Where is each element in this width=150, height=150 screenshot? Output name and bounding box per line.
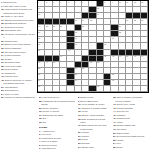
cell-number: 12 bbox=[134, 1, 136, 3]
cell-number: 55 bbox=[82, 67, 84, 69]
clue: 19. Base number at a six-suite dealer's … bbox=[78, 124, 111, 131]
grid-cell[interactable] bbox=[45, 86, 52, 92]
cell-number: 53 bbox=[38, 67, 40, 69]
black-cell bbox=[89, 86, 96, 92]
cell-number: 36 bbox=[38, 43, 40, 45]
cell-number: 45 bbox=[126, 55, 128, 57]
cell-number: 8 bbox=[104, 1, 105, 3]
cell-number: 22 bbox=[134, 19, 136, 21]
cell-number: 35 bbox=[112, 37, 114, 39]
grid-cell[interactable]: 63 bbox=[97, 86, 104, 92]
cell-number: 9 bbox=[112, 1, 113, 3]
clues-column-middle: 57. Lots of the Telex?58. Prestigious li… bbox=[39, 96, 76, 150]
cell-number: 32 bbox=[119, 31, 121, 33]
cell-number: 41 bbox=[60, 55, 62, 57]
clue: 58. Prestigious list of ground-breaking … bbox=[39, 100, 75, 107]
cell-number: 63 bbox=[97, 85, 99, 87]
clue: 48. 'Best of Interferon' or 'Mallory Pla… bbox=[1, 78, 36, 85]
cell-number: 11 bbox=[126, 1, 128, 3]
cell-number: 48 bbox=[38, 61, 40, 63]
cell-number: 49 bbox=[46, 61, 48, 63]
cell-number: 20 bbox=[90, 19, 92, 21]
cell-number: 47 bbox=[141, 55, 143, 57]
clue: 55. Dregs bbox=[113, 145, 149, 148]
cell-number: 34 bbox=[75, 37, 77, 39]
grid-cell[interactable] bbox=[53, 86, 60, 92]
cell-number: 6 bbox=[75, 1, 76, 3]
cell-number: 51 bbox=[90, 61, 92, 63]
cell-number: 46 bbox=[134, 55, 136, 57]
cell-number: 61 bbox=[112, 79, 114, 81]
cell-number: 38 bbox=[104, 43, 106, 45]
clue: 25. Needier 'n' borrow bbox=[78, 149, 111, 150]
grid-cell[interactable]: 62 bbox=[38, 86, 45, 92]
cell-number: 43 bbox=[112, 55, 114, 57]
cell-number: 57 bbox=[75, 73, 77, 75]
cell-number: 50 bbox=[53, 61, 55, 63]
cell-number: 58 bbox=[112, 73, 114, 75]
cell-number: 56 bbox=[38, 73, 40, 75]
cell-number: 17 bbox=[97, 13, 99, 15]
cell-number: 40 bbox=[68, 49, 70, 51]
cell-number: 29 bbox=[119, 25, 121, 27]
cell-number: 42 bbox=[104, 55, 106, 57]
clue: 56. Prepare to land an engagement bbox=[1, 96, 36, 99]
cell-number: 14 bbox=[38, 7, 40, 9]
cell-number: 62 bbox=[38, 85, 40, 87]
cell-number: 19 bbox=[82, 19, 84, 21]
cell-number: 7 bbox=[82, 1, 83, 3]
grid-cell[interactable] bbox=[67, 86, 74, 92]
cell-number: 25 bbox=[46, 25, 48, 27]
cell-number: 37 bbox=[75, 43, 77, 45]
grid-cell[interactable] bbox=[104, 86, 111, 92]
cell-number: 15 bbox=[97, 7, 99, 9]
grid-cell[interactable] bbox=[133, 86, 140, 92]
crossword-grid: 1234567891011121314151617181920212223242… bbox=[37, 0, 149, 93]
cell-number: 10 bbox=[119, 1, 121, 3]
cell-number: 31 bbox=[75, 31, 77, 33]
cell-number: 21 bbox=[126, 19, 128, 21]
clue: 63. Cut bbox=[39, 121, 75, 124]
cell-number: 60 bbox=[75, 79, 77, 81]
grid-cell[interactable] bbox=[60, 86, 67, 92]
clue: 35. Take a Porsche out without paying, p… bbox=[113, 96, 149, 103]
grid-cell[interactable] bbox=[141, 86, 148, 92]
cell-number: 44 bbox=[119, 55, 121, 57]
cell-number: 2 bbox=[46, 1, 47, 3]
clue: 29. It's usually outed before you get it bbox=[1, 33, 36, 40]
cell-number: 18 bbox=[75, 19, 77, 21]
grid-cell[interactable] bbox=[111, 86, 118, 92]
cell-number: 54 bbox=[75, 67, 77, 69]
cell-number: 1 bbox=[38, 1, 39, 3]
cell-number: 52 bbox=[97, 61, 99, 63]
cell-number: 30 bbox=[38, 31, 40, 33]
clue: 15. Bats, treasurer's real first name bbox=[78, 117, 111, 124]
cell-number: 39 bbox=[38, 49, 40, 51]
cell-number: 3 bbox=[53, 1, 54, 3]
cell-number: 5 bbox=[68, 1, 69, 3]
across-clues-column-left: 1. Salad servers14. The other 'ears' of … bbox=[1, 1, 37, 150]
cell-number: 13 bbox=[141, 1, 143, 3]
grid-cell[interactable] bbox=[126, 86, 133, 92]
grid-cell[interactable] bbox=[75, 86, 82, 92]
cell-number: 4 bbox=[60, 1, 61, 3]
cell-number: 27 bbox=[60, 25, 62, 27]
cell-number: 16 bbox=[38, 13, 40, 15]
cell-number: 23 bbox=[141, 19, 143, 21]
cell-number: 33 bbox=[38, 37, 40, 39]
cell-number: 24 bbox=[38, 25, 40, 27]
clue: 15. 1983 'Prisoner of gender' film featu… bbox=[1, 8, 36, 15]
down-clues-column-right: 8. Shade of blue9. Berg or Barcelona10. … bbox=[78, 96, 112, 150]
cell-number: 59 bbox=[38, 79, 40, 81]
cell-number: 26 bbox=[53, 25, 55, 27]
down-clues-column-far-right: 35. Take a Porsche out without paying, p… bbox=[113, 96, 150, 150]
grid-cell[interactable] bbox=[119, 86, 126, 92]
grid-cell[interactable] bbox=[82, 86, 89, 92]
cell-number: 28 bbox=[82, 25, 84, 27]
